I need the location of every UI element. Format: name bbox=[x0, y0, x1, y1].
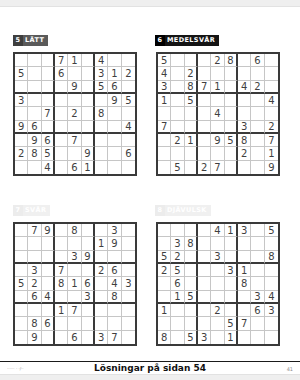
sudoku-cell: 2 bbox=[171, 134, 184, 147]
sudoku-cell: 3 bbox=[95, 67, 108, 80]
sudoku-cell bbox=[42, 54, 55, 67]
sudoku-cell bbox=[185, 107, 198, 120]
sudoku-cell: 6 bbox=[122, 147, 135, 160]
sudoku-cell: 7 bbox=[198, 81, 211, 94]
page-bottom-margin-band bbox=[0, 374, 300, 380]
sudoku-cell bbox=[15, 54, 28, 67]
sudoku-cell bbox=[225, 304, 238, 317]
sudoku-cell bbox=[171, 94, 184, 107]
sudoku-cell: 1 bbox=[185, 134, 198, 147]
sudoku-cell bbox=[171, 121, 184, 134]
sudoku-cell bbox=[198, 67, 211, 80]
sudoku-cell bbox=[265, 81, 278, 94]
sudoku-cell bbox=[211, 121, 224, 134]
sudoku-cell: 2 bbox=[122, 67, 135, 80]
sudoku-cell bbox=[108, 147, 121, 160]
sudoku-cell bbox=[68, 147, 81, 160]
sudoku-cell bbox=[108, 251, 121, 264]
sudoku-cell bbox=[171, 81, 184, 94]
sudoku-cell: 5 bbox=[225, 134, 238, 147]
sudoku-cell: 2 bbox=[198, 161, 211, 174]
sudoku-cell: 2 bbox=[158, 264, 171, 277]
sudoku-cell bbox=[42, 237, 55, 250]
sudoku-cell: 5 bbox=[185, 291, 198, 304]
sudoku-cell bbox=[82, 304, 95, 317]
sudoku-cell: 6 bbox=[68, 331, 81, 344]
sudoku-cell bbox=[28, 107, 41, 120]
sudoku-cell: 5 bbox=[158, 251, 171, 264]
sudoku-cell: 5 bbox=[171, 264, 184, 277]
sudoku-cell: 9 bbox=[15, 121, 28, 134]
sudoku-cell bbox=[185, 264, 198, 277]
sudoku-cell bbox=[82, 121, 95, 134]
sudoku-cell bbox=[171, 67, 184, 80]
sudoku-cell bbox=[68, 264, 81, 277]
sudoku-cell: 8 bbox=[28, 147, 41, 160]
sudoku-cell bbox=[211, 277, 224, 290]
sudoku-cell bbox=[225, 251, 238, 264]
sudoku-cell bbox=[238, 291, 251, 304]
sudoku-cell bbox=[95, 161, 108, 174]
sudoku-cell bbox=[265, 331, 278, 344]
sudoku-cell bbox=[265, 54, 278, 67]
sudoku-cell bbox=[42, 67, 55, 80]
sudoku-cell bbox=[28, 54, 41, 67]
sudoku-cell bbox=[122, 134, 135, 147]
sudoku-cell bbox=[82, 107, 95, 120]
sudoku-cell bbox=[251, 147, 264, 160]
sudoku-cell bbox=[185, 161, 198, 174]
sudoku-cell: 3 bbox=[251, 291, 264, 304]
sudoku-cell: 3 bbox=[238, 121, 251, 134]
sudoku-cell: 3 bbox=[211, 251, 224, 264]
sudoku-cell bbox=[171, 304, 184, 317]
sudoku-cell bbox=[198, 291, 211, 304]
sudoku-cell bbox=[68, 94, 81, 107]
footer-divider bbox=[0, 361, 300, 362]
sudoku-cell bbox=[238, 94, 251, 107]
sudoku-cell: 7 bbox=[68, 304, 81, 317]
sudoku-cell bbox=[55, 121, 68, 134]
sudoku-cell bbox=[238, 331, 251, 344]
sudoku-cell bbox=[108, 304, 121, 317]
page-top-margin-band bbox=[0, 0, 300, 7]
sudoku-cell bbox=[42, 331, 55, 344]
sudoku-cell bbox=[251, 161, 264, 174]
sudoku-cell bbox=[158, 107, 171, 120]
sudoku-cell: 8 bbox=[55, 277, 68, 290]
sudoku-grid-easy: 7145631295639572896496728596461 bbox=[13, 52, 137, 176]
sudoku-cell bbox=[15, 331, 28, 344]
sudoku-cell bbox=[122, 237, 135, 250]
sudoku-cell: 6 bbox=[55, 67, 68, 80]
sudoku-cell bbox=[238, 107, 251, 120]
sudoku-cell: 8 bbox=[185, 81, 198, 94]
sudoku-cell bbox=[225, 67, 238, 80]
puzzle-4-header: 8 DJÄVULSK bbox=[155, 205, 211, 216]
sudoku-cell bbox=[265, 237, 278, 250]
sudoku-cell bbox=[198, 54, 211, 67]
sudoku-cell bbox=[251, 107, 264, 120]
sudoku-cell: 9 bbox=[28, 134, 41, 147]
sudoku-cell: 7 bbox=[55, 264, 68, 277]
sudoku-cell bbox=[55, 331, 68, 344]
sudoku-cell bbox=[158, 291, 171, 304]
sudoku-cell: 1 bbox=[55, 304, 68, 317]
sudoku-cell: 7 bbox=[265, 134, 278, 147]
sudoku-cell bbox=[28, 67, 41, 80]
sudoku-cell bbox=[238, 304, 251, 317]
sudoku-cell: 6 bbox=[68, 161, 81, 174]
sudoku-cell: 3 bbox=[122, 277, 135, 290]
sudoku-cell: 6 bbox=[42, 317, 55, 330]
sudoku-cell: 5 bbox=[122, 94, 135, 107]
sudoku-cell: 3 bbox=[82, 291, 95, 304]
sudoku-cell bbox=[198, 277, 211, 290]
puzzle-3-header: 7 SVÅR bbox=[13, 205, 50, 216]
sudoku-cell bbox=[185, 317, 198, 330]
sudoku-cell bbox=[95, 291, 108, 304]
sudoku-cell: 1 bbox=[108, 67, 121, 80]
sudoku-cell: 7 bbox=[211, 161, 224, 174]
sudoku-cell bbox=[251, 121, 264, 134]
sudoku-cell: 8 bbox=[265, 251, 278, 264]
sudoku-cell bbox=[198, 264, 211, 277]
sudoku-cell bbox=[171, 317, 184, 330]
sudoku-cell bbox=[198, 107, 211, 120]
sudoku-cell bbox=[158, 161, 171, 174]
sudoku-cell bbox=[108, 317, 121, 330]
sudoku-cell bbox=[122, 81, 135, 94]
sudoku-cell bbox=[68, 317, 81, 330]
sudoku-cell: 6 bbox=[251, 54, 264, 67]
sudoku-cell bbox=[15, 237, 28, 250]
sudoku-cell bbox=[251, 264, 264, 277]
sudoku-cell bbox=[42, 277, 55, 290]
sudoku-cell: 9 bbox=[108, 237, 121, 250]
sudoku-cell: 4 bbox=[158, 67, 171, 80]
sudoku-cell: 8 bbox=[68, 224, 81, 237]
sudoku-cell bbox=[82, 224, 95, 237]
sudoku-cell bbox=[158, 147, 171, 160]
sudoku-cell: 4 bbox=[211, 107, 224, 120]
sudoku-cell: 6 bbox=[108, 81, 121, 94]
sudoku-cell bbox=[251, 277, 264, 290]
sudoku-cell bbox=[55, 317, 68, 330]
sudoku-cell bbox=[95, 121, 108, 134]
sudoku-cell bbox=[15, 161, 28, 174]
sudoku-cell: 4 bbox=[108, 277, 121, 290]
sudoku-cell bbox=[158, 224, 171, 237]
sudoku-cell bbox=[238, 251, 251, 264]
sudoku-cell bbox=[211, 147, 224, 160]
sudoku-cell bbox=[225, 107, 238, 120]
sudoku-cell: 6 bbox=[82, 277, 95, 290]
sudoku-cell: 4 bbox=[42, 161, 55, 174]
sudoku-cell: 2 bbox=[68, 107, 81, 120]
puzzle-2-header: 6 MEDELSVÅR bbox=[155, 35, 219, 46]
sudoku-cell bbox=[55, 147, 68, 160]
sudoku-cell: 2 bbox=[211, 304, 224, 317]
sudoku-cell: 3 bbox=[15, 94, 28, 107]
sudoku-cell bbox=[15, 251, 28, 264]
sudoku-cell bbox=[95, 251, 108, 264]
sudoku-cell bbox=[68, 121, 81, 134]
sudoku-cell bbox=[211, 331, 224, 344]
sudoku-cell: 3 bbox=[95, 331, 108, 344]
sudoku-cell bbox=[211, 67, 224, 80]
sudoku-cell bbox=[211, 237, 224, 250]
sudoku-cell bbox=[251, 67, 264, 80]
sudoku-cell bbox=[28, 251, 41, 264]
sudoku-cell bbox=[171, 331, 184, 344]
sudoku-cell bbox=[122, 107, 135, 120]
sudoku-cell bbox=[171, 147, 184, 160]
sudoku-cell bbox=[122, 161, 135, 174]
sudoku-cell: 6 bbox=[251, 304, 264, 317]
sudoku-cell bbox=[108, 54, 121, 67]
sudoku-cell bbox=[122, 331, 135, 344]
sudoku-cell bbox=[225, 291, 238, 304]
sudoku-cell: 8 bbox=[28, 317, 41, 330]
sudoku-cell bbox=[42, 121, 55, 134]
sudoku-cell bbox=[108, 134, 121, 147]
puzzle-1-number: 5 bbox=[13, 35, 23, 46]
sudoku-cell: 3 bbox=[198, 331, 211, 344]
sudoku-cell: 8 bbox=[108, 291, 121, 304]
sudoku-cell: 8 bbox=[158, 331, 171, 344]
sudoku-cell bbox=[55, 107, 68, 120]
sudoku-cell: 7 bbox=[158, 121, 171, 134]
sudoku-cell bbox=[122, 291, 135, 304]
sudoku-cell bbox=[265, 277, 278, 290]
puzzle-1-header: 5 LÄTT bbox=[13, 35, 48, 46]
sudoku-cell: 2 bbox=[95, 264, 108, 277]
sudoku-cell bbox=[82, 331, 95, 344]
sudoku-cell bbox=[82, 54, 95, 67]
sudoku-cell: 3 bbox=[238, 224, 251, 237]
sudoku-cell bbox=[211, 264, 224, 277]
sudoku-cell: 6 bbox=[171, 277, 184, 290]
sudoku-cell bbox=[158, 317, 171, 330]
sudoku-cell bbox=[15, 291, 28, 304]
sudoku-cell bbox=[185, 224, 198, 237]
sudoku-cell bbox=[55, 161, 68, 174]
sudoku-cell bbox=[185, 304, 198, 317]
sudoku-cell bbox=[68, 237, 81, 250]
sudoku-cell bbox=[265, 317, 278, 330]
sudoku-cell: 9 bbox=[108, 94, 121, 107]
sudoku-cell bbox=[28, 94, 41, 107]
sudoku-cell bbox=[198, 317, 211, 330]
sudoku-cell bbox=[198, 224, 211, 237]
sudoku-cell bbox=[42, 304, 55, 317]
sudoku-cell bbox=[95, 94, 108, 107]
sudoku-cell: 2 bbox=[251, 81, 264, 94]
puzzle-2-number: 6 bbox=[155, 35, 165, 46]
sudoku-cell: 9 bbox=[28, 331, 41, 344]
sudoku-cell bbox=[238, 67, 251, 80]
puzzle-1-difficulty-label: LÄTT bbox=[24, 35, 48, 46]
sudoku-cell bbox=[251, 317, 264, 330]
sudoku-cell bbox=[225, 147, 238, 160]
sudoku-cell bbox=[95, 277, 108, 290]
solutions-reference: Lösningar på sidan 54 bbox=[0, 363, 300, 373]
sudoku-cell bbox=[251, 134, 264, 147]
sudoku-cell bbox=[171, 107, 184, 120]
sudoku-cell bbox=[55, 94, 68, 107]
sudoku-cell: 9 bbox=[82, 147, 95, 160]
sudoku-cell bbox=[95, 317, 108, 330]
sudoku-cell bbox=[198, 147, 211, 160]
sudoku-cell: 3 bbox=[158, 81, 171, 94]
sudoku-cell bbox=[55, 134, 68, 147]
sudoku-cell: 1 bbox=[68, 54, 81, 67]
sudoku-cell: 3 bbox=[225, 264, 238, 277]
sudoku-cell bbox=[265, 107, 278, 120]
sudoku-cell: 7 bbox=[238, 317, 251, 330]
sudoku-cell: 7 bbox=[68, 134, 81, 147]
sudoku-cell: 9 bbox=[211, 134, 224, 147]
sudoku-cell bbox=[108, 121, 121, 134]
sudoku-cell bbox=[28, 161, 41, 174]
sudoku-cell: 1 bbox=[95, 237, 108, 250]
sudoku-cell: 1 bbox=[211, 81, 224, 94]
puzzle-4-difficulty-label: DJÄVULSK bbox=[166, 205, 211, 216]
sudoku-cell bbox=[82, 237, 95, 250]
sudoku-cell bbox=[198, 134, 211, 147]
sudoku-cell bbox=[108, 107, 121, 120]
sudoku-grid-medium: 5286423871421544732219587215279 bbox=[156, 52, 280, 176]
sudoku-cell bbox=[158, 277, 171, 290]
sudoku-cell bbox=[185, 251, 198, 264]
sudoku-cell: 4 bbox=[211, 224, 224, 237]
sudoku-cell: 8 bbox=[225, 54, 238, 67]
sudoku-cell bbox=[82, 264, 95, 277]
sudoku-cell bbox=[198, 121, 211, 134]
sudoku-cell bbox=[225, 237, 238, 250]
sudoku-cell: 5 bbox=[185, 331, 198, 344]
sudoku-cell bbox=[28, 304, 41, 317]
sudoku-cell: 4 bbox=[265, 291, 278, 304]
sudoku-cell: 5 bbox=[42, 147, 55, 160]
sudoku-cell: 1 bbox=[68, 277, 81, 290]
sudoku-cell: 1 bbox=[158, 94, 171, 107]
sudoku-cell bbox=[15, 317, 28, 330]
sudoku-cell: 2 bbox=[28, 277, 41, 290]
sudoku-cell: 8 bbox=[238, 134, 251, 147]
sudoku-cell bbox=[185, 147, 198, 160]
sudoku-cell: 4 bbox=[95, 54, 108, 67]
sudoku-cell bbox=[198, 304, 211, 317]
sudoku-cell bbox=[122, 54, 135, 67]
sudoku-cell: 1 bbox=[225, 331, 238, 344]
sudoku-cell: 8 bbox=[238, 277, 251, 290]
sudoku-cell bbox=[42, 264, 55, 277]
sudoku-cell: 9 bbox=[265, 161, 278, 174]
sudoku-cell: 3 bbox=[108, 224, 121, 237]
sudoku-cell bbox=[225, 81, 238, 94]
sudoku-cell bbox=[82, 94, 95, 107]
sudoku-cell bbox=[251, 237, 264, 250]
sudoku-cell: 2 bbox=[171, 251, 184, 264]
sudoku-cell bbox=[238, 54, 251, 67]
sudoku-cell bbox=[68, 291, 81, 304]
sudoku-cell bbox=[95, 304, 108, 317]
sudoku-cell bbox=[15, 224, 28, 237]
sudoku-cell bbox=[225, 94, 238, 107]
sudoku-cell: 1 bbox=[265, 147, 278, 160]
sudoku-cell bbox=[225, 121, 238, 134]
sudoku-cell bbox=[15, 304, 28, 317]
sudoku-cell bbox=[95, 224, 108, 237]
sudoku-cell bbox=[251, 331, 264, 344]
sudoku-cell: 2 bbox=[15, 147, 28, 160]
sudoku-cell bbox=[198, 94, 211, 107]
sudoku-cell bbox=[55, 224, 68, 237]
sudoku-cell bbox=[55, 291, 68, 304]
sudoku-cell bbox=[15, 134, 28, 147]
sudoku-cell bbox=[238, 237, 251, 250]
sudoku-cell: 6 bbox=[28, 291, 41, 304]
sudoku-cell: 1 bbox=[82, 161, 95, 174]
sudoku-cell bbox=[185, 277, 198, 290]
sudoku-cell bbox=[42, 94, 55, 107]
sudoku-cell: 1 bbox=[238, 264, 251, 277]
sudoku-cell: 5 bbox=[15, 277, 28, 290]
sudoku-cell: 6 bbox=[42, 134, 55, 147]
sudoku-cell: 8 bbox=[185, 237, 198, 250]
sudoku-cell bbox=[158, 237, 171, 250]
sudoku-cell bbox=[251, 251, 264, 264]
sudoku-cell: 2 bbox=[211, 54, 224, 67]
page-number: 41 bbox=[287, 366, 293, 372]
sudoku-cell bbox=[185, 54, 198, 67]
sudoku-cell bbox=[42, 81, 55, 94]
sudoku-cell bbox=[171, 54, 184, 67]
sudoku-cell: 3 bbox=[28, 264, 41, 277]
sudoku-cell bbox=[158, 134, 171, 147]
sudoku-cell: 7 bbox=[55, 54, 68, 67]
sudoku-cell: 5 bbox=[158, 54, 171, 67]
sudoku-cell: 4 bbox=[42, 291, 55, 304]
sudoku-cell bbox=[82, 317, 95, 330]
puzzle-4-number: 8 bbox=[155, 205, 165, 216]
sudoku-cell bbox=[28, 81, 41, 94]
sudoku-cell: 4 bbox=[265, 94, 278, 107]
sudoku-cell bbox=[82, 67, 95, 80]
sudoku-cell: 3 bbox=[68, 251, 81, 264]
sudoku-cell bbox=[108, 161, 121, 174]
sudoku-cell: 3 bbox=[171, 237, 184, 250]
sudoku-cell: 5 bbox=[15, 67, 28, 80]
sudoku-cell: 2 bbox=[185, 67, 198, 80]
sudoku-cell bbox=[82, 134, 95, 147]
sudoku-cell: 2 bbox=[265, 121, 278, 134]
sudoku-cell bbox=[185, 121, 198, 134]
sudoku-cell bbox=[211, 317, 224, 330]
sudoku-cell: 3 bbox=[265, 304, 278, 317]
puzzle-3-difficulty-label: SVÅR bbox=[24, 205, 50, 216]
sudoku-cell bbox=[251, 94, 264, 107]
sudoku-cell: 5 bbox=[171, 161, 184, 174]
sudoku-grid-hard: 7983193937265281643643817869637 bbox=[13, 222, 137, 346]
sudoku-cell bbox=[55, 251, 68, 264]
sudoku-cell bbox=[122, 317, 135, 330]
sudoku-cell: 5 bbox=[95, 81, 108, 94]
sudoku-cell: 5 bbox=[185, 94, 198, 107]
sudoku-cell: 5 bbox=[225, 317, 238, 330]
